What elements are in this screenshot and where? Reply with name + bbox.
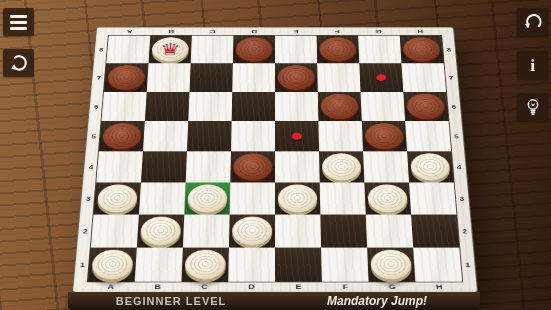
coordinate-label: H bbox=[415, 282, 463, 292]
square-E6[interactable] bbox=[275, 92, 318, 121]
square-H1[interactable] bbox=[413, 248, 462, 282]
coordinate-label: 6 bbox=[446, 92, 461, 121]
coordinate-label: D bbox=[228, 282, 275, 292]
square-C2[interactable] bbox=[183, 215, 230, 248]
square-H2[interactable] bbox=[411, 215, 459, 248]
restart-circular-arrow-icon bbox=[9, 53, 29, 73]
white-king[interactable]: ♛ bbox=[151, 37, 189, 61]
jump-target-dot[interactable] bbox=[292, 133, 302, 140]
red-man[interactable] bbox=[406, 94, 445, 120]
red-man[interactable] bbox=[102, 123, 142, 149]
red-man[interactable] bbox=[321, 94, 359, 120]
board-front-status-bar: BEGINNER LEVEL Mandatory Jump! bbox=[68, 292, 480, 310]
square-F1[interactable] bbox=[321, 248, 369, 282]
red-man[interactable] bbox=[319, 37, 356, 61]
square-E3[interactable] bbox=[275, 182, 320, 214]
coordinate-label: E bbox=[275, 28, 317, 36]
square-F8[interactable] bbox=[317, 36, 360, 64]
square-A4[interactable] bbox=[96, 151, 143, 182]
coordinate-label: 5 bbox=[449, 121, 465, 151]
coordinate-label: G bbox=[369, 282, 416, 292]
square-H6[interactable] bbox=[403, 92, 448, 121]
checkers-board: ABCDEFGH ABCDEFGH 87654321 87654321 ♛ bbox=[73, 28, 477, 292]
square-A1[interactable] bbox=[88, 248, 137, 282]
white-man[interactable] bbox=[185, 250, 226, 280]
white-man[interactable] bbox=[232, 217, 272, 246]
coordinate-label: D bbox=[233, 28, 275, 36]
board-grid: ♛ bbox=[88, 36, 462, 282]
white-man[interactable] bbox=[91, 250, 134, 280]
square-F3[interactable] bbox=[320, 182, 366, 214]
square-A3[interactable] bbox=[94, 182, 141, 214]
square-B6[interactable] bbox=[145, 92, 190, 121]
hint-button[interactable] bbox=[517, 93, 548, 121]
coordinate-label: A bbox=[87, 282, 135, 292]
undo-arrow-icon bbox=[523, 12, 543, 32]
square-B1[interactable] bbox=[135, 248, 183, 282]
square-D4[interactable] bbox=[230, 151, 275, 182]
undo-button[interactable] bbox=[517, 8, 548, 36]
square-E7[interactable] bbox=[275, 63, 318, 92]
square-C5[interactable] bbox=[187, 121, 232, 151]
file-labels-top: ABCDEFGH bbox=[109, 28, 442, 36]
coordinate-label: 8 bbox=[441, 36, 456, 64]
jump-target-dot[interactable] bbox=[376, 74, 386, 81]
square-H7[interactable] bbox=[401, 63, 446, 92]
red-man[interactable] bbox=[402, 37, 440, 61]
coordinate-label: 3 bbox=[454, 182, 470, 214]
white-man[interactable] bbox=[370, 250, 412, 280]
square-C4[interactable] bbox=[186, 151, 231, 182]
coordinate-label: F bbox=[316, 28, 358, 36]
square-C1[interactable] bbox=[181, 248, 229, 282]
square-D3[interactable] bbox=[230, 182, 275, 214]
white-man[interactable] bbox=[97, 185, 138, 213]
square-F6[interactable] bbox=[318, 92, 362, 121]
square-E8[interactable] bbox=[275, 36, 317, 64]
coordinate-label: 7 bbox=[444, 63, 459, 92]
square-E2[interactable] bbox=[275, 215, 321, 248]
lightbulb-icon bbox=[523, 97, 543, 117]
square-F5[interactable] bbox=[318, 121, 363, 151]
square-H3[interactable] bbox=[409, 182, 456, 214]
square-C6[interactable] bbox=[188, 92, 232, 121]
red-man[interactable] bbox=[233, 153, 272, 180]
restart-button[interactable] bbox=[3, 49, 34, 77]
square-E1[interactable] bbox=[275, 248, 322, 282]
square-A8[interactable] bbox=[106, 36, 150, 64]
red-man[interactable] bbox=[365, 123, 405, 149]
square-H5[interactable] bbox=[405, 121, 451, 151]
level-label: BEGINNER LEVEL bbox=[68, 295, 274, 307]
square-F2[interactable] bbox=[320, 215, 367, 248]
white-man[interactable] bbox=[367, 185, 408, 213]
square-C7[interactable] bbox=[189, 63, 232, 92]
white-man[interactable] bbox=[278, 185, 318, 213]
square-E4[interactable] bbox=[275, 151, 320, 182]
square-G7[interactable] bbox=[359, 63, 403, 92]
square-D6[interactable] bbox=[232, 92, 275, 121]
coordinate-label: B bbox=[150, 28, 192, 36]
square-B4[interactable] bbox=[141, 151, 187, 182]
square-B2[interactable] bbox=[137, 215, 184, 248]
square-H4[interactable] bbox=[407, 151, 454, 182]
coordinate-label: C bbox=[192, 28, 234, 36]
square-F4[interactable] bbox=[319, 151, 364, 182]
square-B8[interactable]: ♛ bbox=[149, 36, 192, 64]
coordinate-label: E bbox=[275, 282, 322, 292]
square-C3[interactable] bbox=[184, 182, 230, 214]
square-A2[interactable] bbox=[91, 215, 139, 248]
white-man[interactable] bbox=[140, 217, 181, 246]
coordinate-label: 4 bbox=[451, 151, 467, 182]
menu-button[interactable] bbox=[3, 8, 34, 36]
square-H8[interactable] bbox=[400, 36, 444, 64]
coordinate-label: C bbox=[181, 282, 228, 292]
coordinate-label: H bbox=[399, 28, 441, 36]
mandatory-jump-label: Mandatory Jump! bbox=[274, 294, 480, 308]
square-C8[interactable] bbox=[191, 36, 234, 64]
info-icon: i bbox=[530, 57, 535, 74]
info-button[interactable]: i bbox=[517, 51, 548, 79]
square-G4[interactable] bbox=[363, 151, 409, 182]
square-G2[interactable] bbox=[366, 215, 413, 248]
square-D8[interactable] bbox=[233, 36, 275, 64]
square-B3[interactable] bbox=[139, 182, 186, 214]
square-D1[interactable] bbox=[228, 248, 275, 282]
red-man[interactable] bbox=[107, 65, 146, 90]
square-G6[interactable] bbox=[361, 92, 406, 121]
square-A6[interactable] bbox=[101, 92, 146, 121]
square-A7[interactable] bbox=[104, 63, 149, 92]
coordinate-label: B bbox=[134, 282, 181, 292]
square-B7[interactable] bbox=[147, 63, 191, 92]
square-B5[interactable] bbox=[143, 121, 188, 151]
coordinate-label: 2 bbox=[456, 215, 473, 248]
square-G8[interactable] bbox=[358, 36, 401, 64]
file-labels-bottom: ABCDEFGH bbox=[87, 282, 463, 292]
red-man[interactable] bbox=[236, 37, 273, 61]
square-D2[interactable] bbox=[229, 215, 275, 248]
square-D5[interactable] bbox=[231, 121, 275, 151]
square-D7[interactable] bbox=[232, 63, 275, 92]
white-man[interactable] bbox=[187, 185, 227, 213]
square-G3[interactable] bbox=[364, 182, 411, 214]
coordinate-label: A bbox=[109, 28, 151, 36]
red-man[interactable] bbox=[278, 65, 315, 90]
coordinate-label: G bbox=[358, 28, 400, 36]
king-crown-icon: ♛ bbox=[151, 36, 189, 61]
coordinate-label: F bbox=[322, 282, 369, 292]
square-A5[interactable] bbox=[99, 121, 145, 151]
white-man[interactable] bbox=[322, 153, 362, 180]
square-E5[interactable] bbox=[275, 121, 319, 151]
square-G1[interactable] bbox=[367, 248, 415, 282]
hamburger-icon bbox=[10, 15, 27, 30]
square-G5[interactable] bbox=[362, 121, 407, 151]
white-man[interactable] bbox=[410, 153, 451, 180]
square-F7[interactable] bbox=[317, 63, 360, 92]
